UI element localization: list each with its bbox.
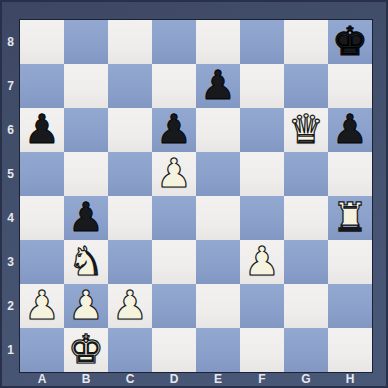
square-f4[interactable] <box>240 196 284 240</box>
piece-white-knight: ♞ <box>68 240 104 283</box>
piece-black-pawn: ♟ <box>200 64 236 107</box>
square-b7[interactable] <box>64 64 108 108</box>
square-a6[interactable]: ♟ <box>20 108 64 152</box>
square-d4[interactable] <box>152 196 196 240</box>
square-e1[interactable] <box>196 328 240 372</box>
file-label-a: A <box>20 372 64 386</box>
rank-label-3: 3 <box>2 240 19 284</box>
square-a7[interactable] <box>20 64 64 108</box>
square-e5[interactable] <box>196 152 240 196</box>
square-b4[interactable]: ♟ <box>64 196 108 240</box>
square-f1[interactable] <box>240 328 284 372</box>
piece-black-pawn: ♟ <box>332 108 368 151</box>
square-b5[interactable] <box>64 152 108 196</box>
square-a2[interactable]: ♟ <box>20 284 64 328</box>
rank-label-1: 1 <box>2 328 19 372</box>
square-h2[interactable] <box>328 284 372 328</box>
square-c3[interactable] <box>108 240 152 284</box>
square-f6[interactable] <box>240 108 284 152</box>
square-b8[interactable] <box>64 20 108 64</box>
rank-label-8: 8 <box>2 20 19 64</box>
square-f8[interactable] <box>240 20 284 64</box>
file-label-b: B <box>64 372 108 386</box>
square-c5[interactable] <box>108 152 152 196</box>
square-g3[interactable] <box>284 240 328 284</box>
piece-white-pawn: ♟ <box>24 284 60 327</box>
square-h6[interactable]: ♟ <box>328 108 372 152</box>
square-c6[interactable] <box>108 108 152 152</box>
square-g2[interactable] <box>284 284 328 328</box>
square-c2[interactable]: ♟ <box>108 284 152 328</box>
piece-black-pawn: ♟ <box>24 108 60 151</box>
square-c7[interactable] <box>108 64 152 108</box>
square-e8[interactable] <box>196 20 240 64</box>
square-b1[interactable]: ♚ <box>64 328 108 372</box>
square-d3[interactable] <box>152 240 196 284</box>
piece-white-king: ♚ <box>68 328 104 371</box>
piece-white-pawn: ♟ <box>112 284 148 327</box>
square-f7[interactable] <box>240 64 284 108</box>
piece-white-queen: ♛ <box>288 108 324 151</box>
rank-label-4: 4 <box>2 196 19 240</box>
square-h5[interactable] <box>328 152 372 196</box>
file-label-d: D <box>152 372 196 386</box>
square-a8[interactable] <box>20 20 64 64</box>
rank-label-7: 7 <box>2 64 19 108</box>
square-g1[interactable] <box>284 328 328 372</box>
file-labels: ABCDEFGH <box>20 372 372 386</box>
square-e2[interactable] <box>196 284 240 328</box>
square-g4[interactable] <box>284 196 328 240</box>
piece-white-rook: ♜ <box>332 196 368 239</box>
square-d6[interactable]: ♟ <box>152 108 196 152</box>
piece-black-pawn: ♟ <box>156 108 192 151</box>
square-c8[interactable] <box>108 20 152 64</box>
square-c4[interactable] <box>108 196 152 240</box>
diagram-frame: 87654321 ♚♟♟♟♛♟♟♟♜♞♟♟♟♟♚ ABCDEFGH <box>0 0 388 388</box>
square-f2[interactable] <box>240 284 284 328</box>
square-e7[interactable]: ♟ <box>196 64 240 108</box>
piece-white-pawn: ♟ <box>244 240 280 283</box>
square-d2[interactable] <box>152 284 196 328</box>
square-b2[interactable]: ♟ <box>64 284 108 328</box>
square-g7[interactable] <box>284 64 328 108</box>
piece-black-king: ♚ <box>332 20 368 63</box>
square-a5[interactable] <box>20 152 64 196</box>
piece-white-pawn: ♟ <box>68 284 104 327</box>
square-d1[interactable] <box>152 328 196 372</box>
square-d5[interactable]: ♟ <box>152 152 196 196</box>
square-b3[interactable]: ♞ <box>64 240 108 284</box>
square-h8[interactable]: ♚ <box>328 20 372 64</box>
square-a4[interactable] <box>20 196 64 240</box>
file-label-e: E <box>196 372 240 386</box>
square-e6[interactable] <box>196 108 240 152</box>
square-f3[interactable]: ♟ <box>240 240 284 284</box>
piece-black-pawn: ♟ <box>68 196 104 239</box>
square-g6[interactable]: ♛ <box>284 108 328 152</box>
file-label-h: H <box>328 372 372 386</box>
rank-label-5: 5 <box>2 152 19 196</box>
square-e3[interactable] <box>196 240 240 284</box>
square-h4[interactable]: ♜ <box>328 196 372 240</box>
piece-white-pawn: ♟ <box>156 152 192 195</box>
square-g8[interactable] <box>284 20 328 64</box>
square-f5[interactable] <box>240 152 284 196</box>
chess-board: ♚♟♟♟♛♟♟♟♜♞♟♟♟♟♚ <box>19 19 373 373</box>
square-h7[interactable] <box>328 64 372 108</box>
square-b6[interactable] <box>64 108 108 152</box>
rank-label-2: 2 <box>2 284 19 328</box>
file-label-c: C <box>108 372 152 386</box>
square-a1[interactable] <box>20 328 64 372</box>
rank-labels: 87654321 <box>2 20 19 372</box>
square-h3[interactable] <box>328 240 372 284</box>
square-g5[interactable] <box>284 152 328 196</box>
rank-label-6: 6 <box>2 108 19 152</box>
square-a3[interactable] <box>20 240 64 284</box>
square-c1[interactable] <box>108 328 152 372</box>
square-d7[interactable] <box>152 64 196 108</box>
square-d8[interactable] <box>152 20 196 64</box>
square-e4[interactable] <box>196 196 240 240</box>
square-h1[interactable] <box>328 328 372 372</box>
file-label-g: G <box>284 372 328 386</box>
file-label-f: F <box>240 372 284 386</box>
